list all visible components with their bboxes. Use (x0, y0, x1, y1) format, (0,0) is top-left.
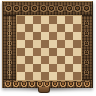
rosette-medallion-icon (60, 81, 66, 87)
square[interactable] (17, 40, 25, 48)
rosette-medallion-icon (5, 5, 12, 12)
rosette-medallion-icon (84, 81, 90, 87)
chess-board-box (2, 1, 93, 88)
square[interactable] (65, 64, 73, 72)
rosette-medallion-icon (7, 60, 12, 65)
rosette-medallion-icon (29, 81, 35, 87)
square[interactable] (17, 64, 25, 72)
rosette-medallion-icon (76, 81, 82, 87)
rosette-medallion-icon (68, 81, 74, 87)
square[interactable] (65, 32, 73, 40)
rosette-medallion-icon (22, 5, 29, 12)
board-grid (17, 16, 81, 80)
square[interactable] (49, 40, 57, 48)
clasp-latch (38, 87, 50, 93)
rosette-medallion-icon (84, 41, 89, 46)
square[interactable] (17, 24, 25, 32)
square[interactable] (73, 72, 81, 80)
square[interactable] (65, 24, 73, 32)
rosette-medallion-icon (74, 5, 81, 12)
rosette-medallion-icon (7, 41, 12, 46)
square[interactable] (73, 64, 81, 72)
rosette-medallion-icon (84, 50, 89, 55)
square[interactable] (17, 16, 25, 24)
square[interactable] (33, 40, 41, 48)
square[interactable] (25, 40, 33, 48)
square[interactable] (57, 56, 65, 64)
rosette-medallion-icon (52, 81, 58, 87)
square[interactable] (49, 16, 57, 24)
square[interactable] (17, 32, 25, 40)
square[interactable] (65, 56, 73, 64)
square[interactable] (73, 16, 81, 24)
square[interactable] (25, 72, 33, 80)
square[interactable] (33, 48, 41, 56)
rosette-medallion-icon (84, 31, 89, 36)
square[interactable] (25, 16, 33, 24)
square[interactable] (57, 48, 65, 56)
square[interactable] (65, 48, 73, 56)
square[interactable] (41, 32, 49, 40)
square[interactable] (57, 64, 65, 72)
square[interactable] (33, 24, 41, 32)
rosette-medallion-icon (31, 5, 38, 12)
square[interactable] (57, 24, 65, 32)
square[interactable] (25, 32, 33, 40)
square[interactable] (65, 16, 73, 24)
square[interactable] (25, 56, 33, 64)
square[interactable] (57, 72, 65, 80)
rosette-medallion-icon (7, 50, 12, 55)
rosette-medallion-icon (5, 81, 11, 87)
square[interactable] (25, 48, 33, 56)
square[interactable] (25, 64, 33, 72)
rosette-medallion-icon (57, 5, 64, 12)
square[interactable] (33, 72, 41, 80)
square[interactable] (41, 40, 49, 48)
rosette-medallion-icon (48, 5, 55, 12)
square[interactable] (41, 24, 49, 32)
square[interactable] (41, 72, 49, 80)
square[interactable] (49, 64, 57, 72)
rosette-medallion-icon (83, 5, 90, 12)
square[interactable] (33, 56, 41, 64)
square[interactable] (49, 32, 57, 40)
square[interactable] (17, 72, 25, 80)
square[interactable] (57, 32, 65, 40)
product-photo (0, 0, 96, 96)
square[interactable] (41, 16, 49, 24)
square[interactable] (25, 24, 33, 32)
square[interactable] (73, 24, 81, 32)
rosette-medallion-icon (84, 70, 89, 75)
rosette-medallion-icon (40, 5, 47, 12)
rosette-medallion-icon (13, 5, 20, 12)
square[interactable] (73, 48, 81, 56)
square[interactable] (33, 32, 41, 40)
square[interactable] (49, 72, 57, 80)
square[interactable] (17, 48, 25, 56)
rosette-medallion-icon (7, 31, 12, 36)
square[interactable] (57, 40, 65, 48)
square[interactable] (41, 64, 49, 72)
square[interactable] (65, 72, 73, 80)
rosette-medallion-icon (84, 21, 89, 26)
square[interactable] (49, 56, 57, 64)
square[interactable] (41, 56, 49, 64)
carved-border-top (3, 2, 92, 16)
carved-border-left (3, 16, 17, 80)
rosette-medallion-icon (13, 81, 19, 87)
square[interactable] (73, 40, 81, 48)
square[interactable] (33, 16, 41, 24)
square[interactable] (73, 32, 81, 40)
rosette-medallion-icon (66, 5, 73, 12)
square[interactable] (73, 56, 81, 64)
rosette-medallion-icon (21, 81, 27, 87)
rosette-medallion-icon (84, 60, 89, 65)
square[interactable] (57, 16, 65, 24)
rosette-medallion-icon (7, 70, 12, 75)
square[interactable] (41, 48, 49, 56)
square[interactable] (49, 48, 57, 56)
rosette-medallion-icon (7, 21, 12, 26)
square[interactable] (17, 56, 25, 64)
square[interactable] (33, 64, 41, 72)
square[interactable] (65, 40, 73, 48)
square[interactable] (49, 24, 57, 32)
